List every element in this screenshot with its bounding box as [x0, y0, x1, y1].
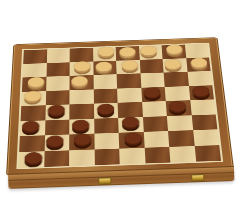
square-g2[interactable]	[168, 130, 194, 146]
square-g7[interactable]: ●	[163, 58, 188, 73]
light-checker-a5[interactable]: ●	[23, 88, 42, 102]
square-a3[interactable]: ●	[20, 120, 45, 136]
square-g3[interactable]	[167, 115, 193, 131]
light-checker-a6[interactable]: ●	[26, 75, 45, 88]
light-checker-h7[interactable]: ●	[189, 55, 209, 68]
square-g4[interactable]: ●	[166, 100, 191, 116]
square-f5[interactable]: ●	[141, 87, 166, 102]
square-d1[interactable]	[94, 148, 120, 165]
dark-checker-a1[interactable]: ●	[23, 149, 43, 164]
square-a8[interactable]	[23, 49, 47, 63]
light-checker-e7[interactable]: ●	[120, 58, 139, 71]
dark-checker-e3[interactable]: ●	[121, 114, 141, 128]
light-checker-g8[interactable]: ●	[165, 42, 184, 55]
square-c2[interactable]: ●	[69, 134, 94, 150]
light-checker-c7[interactable]: ●	[73, 59, 91, 72]
square-g1[interactable]	[169, 146, 196, 163]
square-f7[interactable]	[139, 59, 163, 74]
square-h2[interactable]	[193, 129, 219, 145]
square-e2[interactable]: ●	[119, 132, 145, 148]
square-f8[interactable]: ●	[139, 45, 163, 59]
photo-background: { "game": "checkers", "scene": "overhead…	[0, 0, 245, 205]
light-checker-d7[interactable]: ●	[94, 59, 113, 72]
dark-checker-e2[interactable]: ●	[123, 130, 143, 145]
square-d3[interactable]	[94, 118, 119, 134]
square-f1[interactable]	[144, 147, 170, 164]
square-e5[interactable]	[117, 87, 142, 102]
square-e6[interactable]	[117, 73, 141, 88]
brass-hinge	[191, 174, 204, 181]
square-e7[interactable]: ●	[116, 60, 140, 75]
dark-checker-b4[interactable]: ●	[47, 102, 66, 116]
dark-checker-h5[interactable]: ●	[191, 84, 211, 98]
square-h7[interactable]: ●	[186, 57, 211, 72]
dark-checker-b2[interactable]: ●	[45, 133, 65, 148]
square-a5[interactable]: ●	[21, 91, 45, 106]
square-d7[interactable]: ●	[93, 60, 117, 75]
square-b7[interactable]	[46, 62, 70, 77]
square-c5[interactable]	[69, 89, 93, 104]
dark-checker-d4[interactable]: ●	[96, 101, 115, 115]
checkers-board-scene: ●●●●●●●●●●●●●●●●●●●●●●●●	[0, 4, 236, 190]
square-b8[interactable]	[46, 49, 69, 63]
square-c1[interactable]	[69, 149, 94, 166]
board-frame: ●●●●●●●●●●●●●●●●●●●●●●●●	[6, 37, 234, 176]
square-d6[interactable]	[93, 74, 117, 89]
square-a1[interactable]: ●	[18, 151, 44, 168]
dark-checker-a3[interactable]: ●	[21, 118, 41, 132]
square-b2[interactable]: ●	[44, 134, 69, 150]
square-b4[interactable]: ●	[45, 104, 69, 120]
square-f4[interactable]	[142, 101, 167, 117]
light-checker-e8[interactable]: ●	[118, 45, 137, 58]
light-checker-f8[interactable]: ●	[139, 44, 158, 57]
square-d2[interactable]	[94, 133, 119, 149]
light-checker-d8[interactable]: ●	[97, 45, 115, 58]
square-h5[interactable]: ●	[188, 85, 213, 100]
square-b6[interactable]	[46, 76, 70, 91]
checkers-board: ●●●●●●●●●●●●●●●●●●●●●●●●	[16, 43, 223, 169]
dark-checker-c2[interactable]: ●	[73, 131, 93, 146]
dark-checker-f5[interactable]: ●	[142, 85, 162, 99]
square-d4[interactable]: ●	[93, 103, 118, 119]
dark-checker-c3[interactable]: ●	[71, 117, 90, 131]
square-f2[interactable]	[143, 131, 169, 147]
dark-checker-g4[interactable]: ●	[167, 99, 187, 113]
square-c6[interactable]: ●	[69, 75, 93, 90]
square-f3[interactable]	[142, 116, 168, 132]
square-h4[interactable]	[190, 99, 216, 115]
square-b1[interactable]	[44, 150, 69, 167]
light-checker-c6[interactable]: ●	[70, 74, 89, 87]
square-h3[interactable]	[191, 114, 217, 130]
square-e1[interactable]	[119, 147, 145, 164]
light-checker-g7[interactable]: ●	[163, 57, 182, 70]
square-g6[interactable]	[164, 72, 189, 87]
brass-hinge	[99, 177, 112, 184]
square-h1[interactable]	[194, 145, 221, 162]
